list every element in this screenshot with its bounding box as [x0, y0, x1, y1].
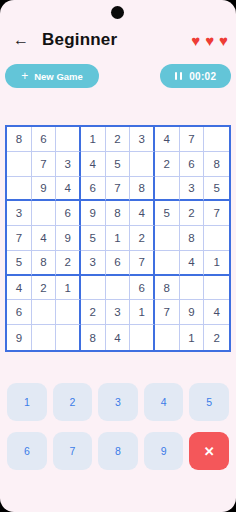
- cell-r5c1[interactable]: 7: [7, 226, 32, 251]
- plus-icon: +: [21, 69, 28, 83]
- cell-r7c5[interactable]: [106, 276, 131, 301]
- new-game-button[interactable]: + New Game: [5, 64, 99, 88]
- cell-r7c2[interactable]: 2: [32, 276, 57, 301]
- lives-indicator: ♥♥♥: [191, 33, 230, 48]
- cell-r2c8[interactable]: 6: [180, 152, 205, 177]
- delete-button[interactable]: ✕: [189, 432, 229, 470]
- cell-r9c3[interactable]: [56, 325, 81, 350]
- timer-value: 00:02: [189, 71, 216, 82]
- cell-r2c3[interactable]: 3: [56, 152, 81, 177]
- cell-r8c4[interactable]: 2: [81, 300, 106, 325]
- cell-r1c5[interactable]: 2: [106, 127, 131, 152]
- cell-r4c9[interactable]: 7: [204, 201, 229, 226]
- page-title: Beginner: [42, 30, 117, 50]
- cell-r9c2[interactable]: [32, 325, 57, 350]
- cell-r8c3[interactable]: [56, 300, 81, 325]
- cell-r5c9[interactable]: [204, 226, 229, 251]
- cell-r1c4[interactable]: 1: [81, 127, 106, 152]
- cell-r7c1[interactable]: 4: [7, 276, 32, 301]
- cell-r7c8[interactable]: [180, 276, 205, 301]
- cell-r3c6[interactable]: 8: [130, 177, 155, 202]
- cell-r2c7[interactable]: 2: [155, 152, 180, 177]
- cell-r6c9[interactable]: 1: [204, 251, 229, 276]
- cell-r6c8[interactable]: 4: [180, 251, 205, 276]
- cell-r5c8[interactable]: 8: [180, 226, 205, 251]
- cell-r3c4[interactable]: 6: [81, 177, 106, 202]
- cell-r6c4[interactable]: 3: [81, 251, 106, 276]
- cell-r7c3[interactable]: 1: [56, 276, 81, 301]
- numpad-key-7[interactable]: 7: [53, 432, 93, 470]
- cell-r5c4[interactable]: 5: [81, 226, 106, 251]
- cell-r9c7[interactable]: [155, 325, 180, 350]
- numpad-key-5[interactable]: 5: [189, 383, 229, 421]
- cell-r8c1[interactable]: 6: [7, 300, 32, 325]
- cell-r7c4[interactable]: [81, 276, 106, 301]
- cell-r9c6[interactable]: [130, 325, 155, 350]
- cell-r8c5[interactable]: 3: [106, 300, 131, 325]
- numpad: 123456789✕: [7, 383, 229, 470]
- cell-r9c9[interactable]: 2: [204, 325, 229, 350]
- cell-r7c7[interactable]: 8: [155, 276, 180, 301]
- cell-r1c8[interactable]: 7: [180, 127, 205, 152]
- cell-r2c4[interactable]: 4: [81, 152, 106, 177]
- cell-r4c8[interactable]: 2: [180, 201, 205, 226]
- cell-r5c3[interactable]: 9: [56, 226, 81, 251]
- cell-r7c6[interactable]: 6: [130, 276, 155, 301]
- cell-r8c6[interactable]: 1: [130, 300, 155, 325]
- numpad-key-6[interactable]: 6: [7, 432, 47, 470]
- cell-r8c8[interactable]: 9: [180, 300, 205, 325]
- cell-r5c5[interactable]: 1: [106, 226, 131, 251]
- cell-r2c9[interactable]: 8: [204, 152, 229, 177]
- heart-icon: ♥: [191, 33, 200, 48]
- cell-r6c6[interactable]: 7: [130, 251, 155, 276]
- cell-r6c5[interactable]: 6: [106, 251, 131, 276]
- toolbar: + New Game 00:02: [5, 64, 231, 88]
- cell-r3c9[interactable]: 5: [204, 177, 229, 202]
- cell-r8c9[interactable]: 4: [204, 300, 229, 325]
- heart-icon: ♥: [219, 33, 228, 48]
- cell-r4c4[interactable]: 9: [81, 201, 106, 226]
- phone-screen: ← Beginner ♥♥♥ + New Game 00:02 86123477…: [0, 0, 236, 512]
- numpad-key-4[interactable]: 4: [144, 383, 184, 421]
- numpad-key-1[interactable]: 1: [7, 383, 47, 421]
- cell-r1c1[interactable]: 8: [7, 127, 32, 152]
- cell-r1c7[interactable]: 4: [155, 127, 180, 152]
- cell-r5c2[interactable]: 4: [32, 226, 57, 251]
- cell-r4c6[interactable]: 4: [130, 201, 155, 226]
- cell-r4c5[interactable]: 8: [106, 201, 131, 226]
- back-button[interactable]: ←: [13, 31, 35, 49]
- cell-r1c9[interactable]: [204, 127, 229, 152]
- cell-r4c2[interactable]: [32, 201, 57, 226]
- cell-r9c8[interactable]: 1: [180, 325, 205, 350]
- cell-r9c1[interactable]: 9: [7, 325, 32, 350]
- cell-r6c1[interactable]: 5: [7, 251, 32, 276]
- camera-punch-hole-icon: [111, 6, 124, 19]
- cell-r3c1[interactable]: [7, 177, 32, 202]
- cell-r6c2[interactable]: 8: [32, 251, 57, 276]
- cell-r3c5[interactable]: 7: [106, 177, 131, 202]
- cell-r5c6[interactable]: 2: [130, 226, 155, 251]
- cell-r5c7[interactable]: [155, 226, 180, 251]
- cell-r4c3[interactable]: 6: [56, 201, 81, 226]
- cell-r8c2[interactable]: [32, 300, 57, 325]
- cell-r4c7[interactable]: 5: [155, 201, 180, 226]
- cell-r2c1[interactable]: [7, 152, 32, 177]
- cell-r9c5[interactable]: 4: [106, 325, 131, 350]
- pause-timer-button[interactable]: 00:02: [160, 64, 231, 88]
- cell-r1c6[interactable]: 3: [130, 127, 155, 152]
- new-game-label: New Game: [34, 71, 83, 82]
- cell-r2c2[interactable]: 7: [32, 152, 57, 177]
- numpad-key-9[interactable]: 9: [144, 432, 184, 470]
- cell-r3c8[interactable]: 3: [180, 177, 205, 202]
- cell-r1c2[interactable]: 6: [32, 127, 57, 152]
- heart-icon: ♥: [205, 33, 214, 48]
- cell-r6c7[interactable]: [155, 251, 180, 276]
- cell-r3c3[interactable]: 4: [56, 177, 81, 202]
- cell-r1c3[interactable]: [56, 127, 81, 152]
- cell-r3c2[interactable]: 9: [32, 177, 57, 202]
- cell-r7c9[interactable]: [204, 276, 229, 301]
- numpad-key-3[interactable]: 3: [98, 383, 138, 421]
- cell-r6c3[interactable]: 2: [56, 251, 81, 276]
- numpad-key-8[interactable]: 8: [98, 432, 138, 470]
- cell-r2c5[interactable]: 5: [106, 152, 131, 177]
- header: ← Beginner ♥♥♥: [0, 28, 236, 52]
- cell-r4c1[interactable]: 3: [7, 201, 32, 226]
- cell-r3c7[interactable]: [155, 177, 180, 202]
- sudoku-board: 8612347734526894678353698452774951285823…: [5, 125, 231, 352]
- cell-r2c6[interactable]: [130, 152, 155, 177]
- pause-icon: [175, 72, 183, 80]
- numpad-key-2[interactable]: 2: [53, 383, 93, 421]
- cell-r8c7[interactable]: 7: [155, 300, 180, 325]
- cell-r9c4[interactable]: 8: [81, 325, 106, 350]
